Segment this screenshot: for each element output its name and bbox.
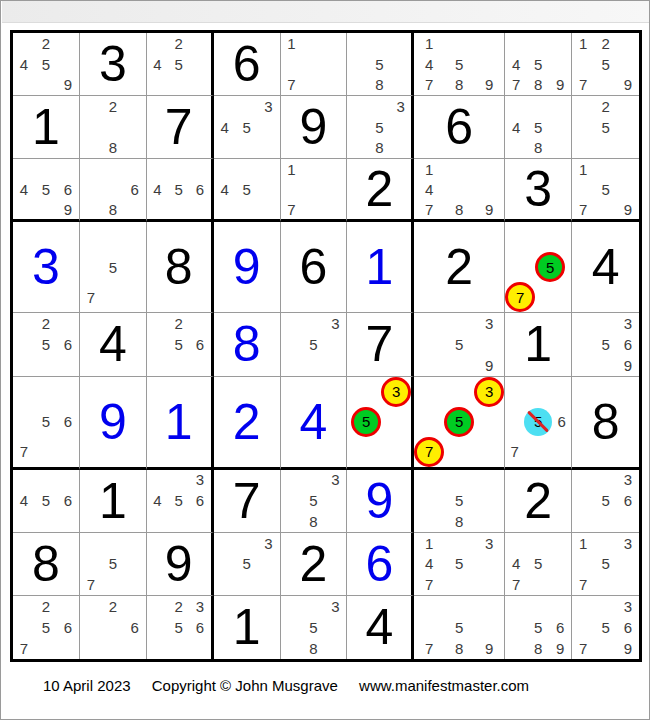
candidate-slot-5: 5 xyxy=(594,334,616,355)
candidate-slot-2 xyxy=(236,159,258,179)
candidate-slot-2 xyxy=(102,159,124,179)
cell-r9c1[interactable]: 2567 xyxy=(13,596,80,659)
cell-r5c2[interactable]: 4 xyxy=(80,313,147,376)
candidate-slot-1 xyxy=(80,533,102,554)
candidate-slot-5: 5 xyxy=(236,179,258,199)
candidate-7: 7 xyxy=(425,577,433,592)
candidate-6: 6 xyxy=(64,493,72,508)
candidate-5: 5 xyxy=(455,620,463,635)
candidate-slot-6 xyxy=(617,553,639,574)
candidate-slot-2 xyxy=(35,159,57,179)
candidate-slot-9: 9 xyxy=(474,199,504,219)
candidate-slot-2: 2 xyxy=(594,33,616,54)
cell-r8c6[interactable]: 6 xyxy=(347,533,414,596)
candidate-slot-5: 5 xyxy=(168,54,189,75)
candidate-7: 7 xyxy=(511,444,519,459)
candidate-slot-8 xyxy=(302,355,324,376)
candidate-slot-4 xyxy=(347,117,368,138)
candidate-slot-5: 5 xyxy=(527,117,549,138)
cell-r8c8[interactable]: 457 xyxy=(505,533,572,596)
candidate-9: 9 xyxy=(624,641,632,656)
given-digit: 1 xyxy=(524,319,552,369)
candidate-8: 8 xyxy=(455,514,463,529)
cell-r1c3[interactable]: 245 xyxy=(147,33,214,96)
candidate-slot-4 xyxy=(572,334,594,355)
cell-r5c1[interactable]: 256 xyxy=(13,313,80,376)
candidate-2: 2 xyxy=(175,36,183,51)
candidate-slot-6 xyxy=(617,54,639,75)
candidate-slot-6: 6 xyxy=(57,334,79,355)
cell-r2c1[interactable]: 1 xyxy=(13,96,80,159)
given-digit: 4 xyxy=(365,602,393,652)
candidate-slot-9 xyxy=(57,437,79,467)
candidate-slot-2 xyxy=(444,377,474,407)
candidate-7-yellow-highlight: 7 xyxy=(414,437,444,467)
candidate-slot-8: 8 xyxy=(444,74,474,95)
candidate-3: 3 xyxy=(485,536,493,551)
candidate-1: 1 xyxy=(425,162,433,177)
candidate-slot-3 xyxy=(124,96,146,117)
candidate-slot-4: 4 xyxy=(147,179,168,199)
candidate-7: 7 xyxy=(425,202,433,217)
cell-r6c9[interactable]: 8 xyxy=(572,377,639,470)
candidate-5: 5 xyxy=(534,620,542,635)
cell-r4c8[interactable]: 57 xyxy=(505,222,572,313)
candidate-slot-9 xyxy=(474,511,504,532)
candidate-5: 5 xyxy=(175,620,183,635)
candidate-slot-8 xyxy=(444,574,474,595)
candidate-slot-7: 7 xyxy=(80,574,102,595)
candidate-3-yellow-highlight: 3 xyxy=(381,377,411,407)
cell-r3c5[interactable]: 17 xyxy=(281,159,348,222)
cell-r8c5[interactable]: 2 xyxy=(281,533,348,596)
candidate-slot-8 xyxy=(35,437,57,467)
candidate-slot-5: 5 xyxy=(35,179,57,199)
candidate-9: 9 xyxy=(556,641,564,656)
candidate-slot-6 xyxy=(549,54,571,75)
candidate-slot-8: 8 xyxy=(527,638,549,659)
cell-r7c8[interactable]: 2 xyxy=(505,470,572,533)
candidate-slot-3: 3 xyxy=(324,313,346,334)
cell-r1c1[interactable]: 2459 xyxy=(13,33,80,96)
cell-r5c7[interactable]: 359 xyxy=(414,313,505,376)
cell-r2c6[interactable]: 358 xyxy=(347,96,414,159)
candidate-slot-8 xyxy=(524,437,552,467)
candidate-slot-5: 5 xyxy=(444,617,474,638)
candidate-slot-4 xyxy=(414,407,444,437)
cell-r6c4[interactable]: 2 xyxy=(214,377,281,470)
candidate-slot-6 xyxy=(474,617,504,638)
cell-r1c8[interactable]: 45789 xyxy=(505,33,572,96)
cell-r3c6[interactable]: 2 xyxy=(347,159,414,222)
candidate-slot-8 xyxy=(444,437,474,467)
candidate-8: 8 xyxy=(309,641,317,656)
cell-r9c7[interactable]: 5789 xyxy=(414,596,505,659)
candidate-9: 9 xyxy=(556,77,564,92)
candidate-slot-5: 5 xyxy=(444,334,474,355)
candidate-slot-2 xyxy=(527,596,549,617)
cell-r4c1[interactable]: 3 xyxy=(13,222,80,313)
candidate-slot-1 xyxy=(147,33,168,54)
cell-r3c4[interactable]: 45 xyxy=(214,159,281,222)
candidate-slot-3 xyxy=(474,596,504,617)
cell-r3c3[interactable]: 456 xyxy=(147,159,214,222)
candidate-3: 3 xyxy=(624,536,632,551)
candidate-slot-9: 9 xyxy=(57,74,79,95)
cell-r8c7[interactable]: 13457 xyxy=(414,533,505,596)
solved-digit: 2 xyxy=(233,397,261,447)
candidate-8: 8 xyxy=(455,202,463,217)
cell-r2c3[interactable]: 7 xyxy=(147,96,214,159)
given-digit: 9 xyxy=(300,102,328,152)
cell-r1c4[interactable]: 6 xyxy=(214,33,281,96)
candidate-slot-5: 5 xyxy=(527,617,549,638)
cell-r9c9[interactable]: 35679 xyxy=(572,596,639,659)
cell-r2c9[interactable]: 25 xyxy=(572,96,639,159)
candidate-3: 3 xyxy=(624,316,632,331)
given-digit: 2 xyxy=(300,539,328,589)
cell-r4c2[interactable]: 57 xyxy=(80,222,147,313)
cell-r9c2[interactable]: 26 xyxy=(80,596,147,659)
cell-r3c9[interactable]: 1579 xyxy=(572,159,639,222)
given-digit: 8 xyxy=(32,539,60,589)
candidate-5: 5 xyxy=(42,414,50,429)
candidate-slot-9 xyxy=(324,638,346,659)
cell-r4c7[interactable]: 2 xyxy=(414,222,505,313)
candidate-slot-7 xyxy=(414,355,444,376)
candidate-slot-6 xyxy=(258,179,280,199)
cell-r7c4[interactable]: 7 xyxy=(214,470,281,533)
candidate-slot-2 xyxy=(351,377,381,407)
candidate-slot-3 xyxy=(549,596,571,617)
candidate-slot-1: 1 xyxy=(572,159,594,179)
cell-r3c1[interactable]: 4569 xyxy=(13,159,80,222)
candidate-2: 2 xyxy=(109,99,117,114)
candidate-8: 8 xyxy=(109,140,117,155)
candidate-slot-9 xyxy=(258,138,280,159)
candidate-slot-4: 4 xyxy=(414,179,444,199)
cell-r8c9[interactable]: 1357 xyxy=(572,533,639,596)
candidate-5: 5 xyxy=(242,120,250,135)
candidate-slot-7 xyxy=(572,511,594,532)
cell-r4c9[interactable]: 4 xyxy=(572,222,639,313)
candidate-slot-3: 3 xyxy=(189,596,210,617)
candidate-5: 5 xyxy=(534,120,542,135)
candidate-slot-7: 7 xyxy=(414,74,444,95)
candidate-slot-4 xyxy=(572,179,594,199)
candidate-slot-8 xyxy=(351,437,381,467)
candidate-slot-5: 5 xyxy=(168,179,189,199)
candidate-slot-8 xyxy=(594,355,616,376)
cell-r5c9[interactable]: 3569 xyxy=(572,313,639,376)
cell-r6c8[interactable]: 567 xyxy=(505,377,572,470)
candidate-6: 6 xyxy=(624,620,632,635)
candidate-5: 5 xyxy=(309,493,317,508)
candidate-slot-7 xyxy=(347,138,368,159)
candidate-slot-5: 5 xyxy=(444,553,474,574)
given-digit: 6 xyxy=(300,242,328,292)
candidate-slot-7 xyxy=(214,138,236,159)
cell-r7c6[interactable]: 9 xyxy=(347,470,414,533)
candidate-slot-9: 9 xyxy=(474,638,504,659)
candidate-slot-1 xyxy=(572,470,594,491)
cell-r8c2[interactable]: 57 xyxy=(80,533,147,596)
cell-r1c2[interactable]: 3 xyxy=(80,33,147,96)
candidate-slot-6 xyxy=(390,117,411,138)
candidate-slot-1: 1 xyxy=(572,533,594,554)
candidate-4: 4 xyxy=(220,120,228,135)
candidate-slot-3 xyxy=(57,470,79,491)
candidate-slot-1 xyxy=(13,377,35,407)
candidate-slot-2: 2 xyxy=(102,96,124,117)
cell-r6c7[interactable]: 357 xyxy=(414,377,505,470)
cell-r9c3[interactable]: 2356 xyxy=(147,596,214,659)
cell-r3c2[interactable]: 68 xyxy=(80,159,147,222)
candidate-slot-6: 6 xyxy=(57,407,79,437)
cell-r6c3[interactable]: 1 xyxy=(147,377,214,470)
candidate-5: 5 xyxy=(534,556,542,571)
candidate-slot-1 xyxy=(505,596,527,617)
candidate-1: 1 xyxy=(425,36,433,51)
cell-r2c2[interactable]: 28 xyxy=(80,96,147,159)
cell-r3c8[interactable]: 3 xyxy=(505,159,572,222)
candidate-slot-6 xyxy=(324,54,346,75)
candidate-5: 5 xyxy=(455,556,463,571)
cell-r5c8[interactable]: 1 xyxy=(505,313,572,376)
cell-r1c6[interactable]: 58 xyxy=(347,33,414,96)
candidate-slot-2: 2 xyxy=(35,596,57,617)
candidate-6: 6 xyxy=(64,414,72,429)
candidate-slot-4 xyxy=(281,490,303,511)
candidate-slot-5: 5 xyxy=(594,490,616,511)
candidate-slot-9: 9 xyxy=(57,199,79,219)
candidate-5-green-highlight: 5 xyxy=(535,252,565,282)
candidate-slot-3 xyxy=(57,159,79,179)
candidate-slot-1 xyxy=(414,596,444,617)
cell-r8c3[interactable]: 9 xyxy=(147,533,214,596)
footer: 10 April 2023 Copyright © John Musgrave … xyxy=(43,677,529,694)
cell-r7c2[interactable]: 1 xyxy=(80,470,147,533)
candidate-slot-9 xyxy=(189,511,210,532)
candidate-slot-1 xyxy=(505,533,527,554)
candidate-slot-3 xyxy=(324,159,346,179)
cell-r7c1[interactable]: 456 xyxy=(13,470,80,533)
candidate-slot-8 xyxy=(168,511,189,532)
candidate-slot-5 xyxy=(102,179,124,199)
candidate-slot-1 xyxy=(414,470,444,491)
candidate-slot-3 xyxy=(552,377,571,407)
cell-r2c5[interactable]: 9 xyxy=(281,96,348,159)
cell-r5c3[interactable]: 256 xyxy=(147,313,214,376)
candidate-4: 4 xyxy=(153,493,161,508)
candidate-slot-3 xyxy=(124,159,146,179)
candidate-slot-9 xyxy=(189,638,210,659)
candidate-slot-1 xyxy=(572,596,594,617)
candidate-slot-4 xyxy=(147,334,168,355)
candidate-slot-8 xyxy=(535,282,565,312)
candidate-5: 5 xyxy=(601,57,609,72)
cell-r5c5[interactable]: 35 xyxy=(281,313,348,376)
candidate-5: 5 xyxy=(175,337,183,352)
cell-r2c8[interactable]: 458 xyxy=(505,96,572,159)
candidate-5: 5 xyxy=(309,620,317,635)
cell-r9c4[interactable]: 1 xyxy=(214,596,281,659)
cell-r1c5[interactable]: 17 xyxy=(281,33,348,96)
sudoku-grid: 2459324561758145789457891257912873459358… xyxy=(10,30,642,662)
candidate-slot-9 xyxy=(324,199,346,219)
candidate-slot-5: 5 xyxy=(594,117,616,138)
candidate-5: 5 xyxy=(175,182,183,197)
candidate-slot-1 xyxy=(281,470,303,491)
cell-r9c5[interactable]: 358 xyxy=(281,596,348,659)
candidate-slot-8 xyxy=(168,638,189,659)
cell-r2c7[interactable]: 6 xyxy=(414,96,505,159)
candidate-slot-4: 4 xyxy=(214,117,236,138)
candidate-slot-1 xyxy=(214,159,236,179)
candidate-9: 9 xyxy=(485,641,493,656)
candidate-slot-3: 3 xyxy=(258,96,280,117)
candidate-slot-9 xyxy=(617,574,639,595)
solved-digit: 9 xyxy=(365,476,393,526)
candidate-slot-6 xyxy=(617,179,639,199)
candidate-8: 8 xyxy=(375,77,383,92)
candidate-slot-6 xyxy=(474,54,504,75)
cell-r4c3[interactable]: 8 xyxy=(147,222,214,313)
cell-r9c8[interactable]: 5689 xyxy=(505,596,572,659)
given-digit: 6 xyxy=(233,39,261,89)
candidate-slot-3 xyxy=(124,222,146,252)
candidate-5: 5 xyxy=(455,57,463,72)
candidate-slot-7 xyxy=(80,138,102,159)
candidate-slot-5: 5 xyxy=(102,252,124,282)
candidate-slot-1 xyxy=(13,159,35,179)
candidate-slot-1 xyxy=(572,96,594,117)
candidate-slot-1 xyxy=(505,96,527,117)
cell-r7c9[interactable]: 356 xyxy=(572,470,639,533)
candidate-slot-8 xyxy=(444,355,474,376)
candidate-9: 9 xyxy=(64,202,72,217)
cell-r4c4[interactable]: 9 xyxy=(214,222,281,313)
candidate-slot-4 xyxy=(505,617,527,638)
cell-r1c9[interactable]: 12579 xyxy=(572,33,639,96)
candidate-4: 4 xyxy=(20,57,28,72)
cell-r7c7[interactable]: 58 xyxy=(414,470,505,533)
candidate-slot-9 xyxy=(565,282,571,312)
candidate-slot-3 xyxy=(617,96,639,117)
candidate-slot-7 xyxy=(13,511,35,532)
candidate-slot-3: 3 xyxy=(390,96,411,117)
candidate-slot-1 xyxy=(147,470,168,491)
candidate-slot-8 xyxy=(35,638,57,659)
candidate-slot-2: 2 xyxy=(594,96,616,117)
candidate-slot-3: 3 xyxy=(324,596,346,617)
candidate-slot-9 xyxy=(124,574,146,595)
cell-r5c6[interactable]: 7 xyxy=(347,313,414,376)
cell-r6c2[interactable]: 9 xyxy=(80,377,147,470)
candidate-slot-6 xyxy=(549,553,571,574)
cell-r5c4[interactable]: 8 xyxy=(214,313,281,376)
candidate-slot-9 xyxy=(258,199,280,219)
cell-r1c7[interactable]: 145789 xyxy=(414,33,505,96)
candidate-slot-1: 1 xyxy=(281,159,303,179)
candidate-slot-7 xyxy=(505,138,527,159)
candidate-6: 6 xyxy=(131,620,139,635)
solved-digit: 9 xyxy=(233,242,261,292)
candidate-6: 6 xyxy=(556,620,564,635)
candidate-slot-1 xyxy=(147,159,168,179)
candidate-slot-9: 9 xyxy=(474,74,504,95)
candidate-slot-2 xyxy=(444,159,474,179)
candidate-slot-2 xyxy=(444,533,474,554)
candidate-7: 7 xyxy=(579,641,587,656)
candidate-slot-3 xyxy=(549,533,571,554)
candidate-slot-9: 9 xyxy=(549,74,571,95)
candidate-slot-8: 8 xyxy=(102,138,124,159)
candidate-slot-2 xyxy=(236,96,258,117)
candidate-slot-2 xyxy=(302,313,324,334)
candidate-slot-7 xyxy=(147,199,168,219)
candidate-slot-7: 7 xyxy=(414,638,444,659)
given-digit: 2 xyxy=(445,242,473,292)
cell-r6c1[interactable]: 567 xyxy=(13,377,80,470)
candidate-7: 7 xyxy=(87,577,95,592)
cell-r3c7[interactable]: 14789 xyxy=(414,159,505,222)
candidate-slot-8 xyxy=(35,199,57,219)
cell-r6c6[interactable]: 35 xyxy=(347,377,414,470)
candidate-slot-9 xyxy=(390,138,411,159)
candidate-slot-8 xyxy=(168,355,189,376)
cell-r9c6[interactable]: 4 xyxy=(347,596,414,659)
candidate-slot-6: 6 xyxy=(617,617,639,638)
candidate-3: 3 xyxy=(196,599,204,614)
candidate-slot-2 xyxy=(444,596,474,617)
candidate-slot-1 xyxy=(214,533,236,554)
candidate-slot-4: 4 xyxy=(13,179,35,199)
candidate-slot-5: 5 xyxy=(302,490,324,511)
candidate-slot-1 xyxy=(505,377,524,407)
candidate-slot-8 xyxy=(168,74,189,95)
given-digit: 9 xyxy=(165,539,193,589)
cell-r2c4[interactable]: 345 xyxy=(214,96,281,159)
candidate-slot-4 xyxy=(80,252,102,282)
given-digit: 7 xyxy=(165,102,193,152)
candidate-slot-6: 6 xyxy=(617,334,639,355)
cell-r4c5[interactable]: 6 xyxy=(281,222,348,313)
candidate-slot-7: 7 xyxy=(281,74,303,95)
cell-r4c6[interactable]: 1 xyxy=(347,222,414,313)
candidate-slot-9 xyxy=(324,511,346,532)
given-digit: 2 xyxy=(524,476,552,526)
candidate-6: 6 xyxy=(64,337,72,352)
candidate-slot-1 xyxy=(414,313,444,334)
candidate-slot-1 xyxy=(80,159,102,179)
candidate-slot-3 xyxy=(474,159,504,179)
cell-r8c1[interactable]: 8 xyxy=(13,533,80,596)
candidate-slot-9 xyxy=(189,74,210,95)
candidate-slot-9 xyxy=(124,199,146,219)
candidate-slot-6 xyxy=(565,252,571,282)
candidate-slot-4 xyxy=(13,617,35,638)
title-bar xyxy=(2,1,649,23)
candidate-slot-7: 7 xyxy=(572,638,594,659)
cell-r8c4[interactable]: 35 xyxy=(214,533,281,596)
cell-r7c5[interactable]: 358 xyxy=(281,470,348,533)
cell-r6c5[interactable]: 4 xyxy=(281,377,348,470)
candidate-slot-1 xyxy=(147,313,168,334)
candidate-5: 5 xyxy=(601,120,609,135)
candidate-6: 6 xyxy=(196,182,204,197)
cell-r7c3[interactable]: 3456 xyxy=(147,470,214,533)
